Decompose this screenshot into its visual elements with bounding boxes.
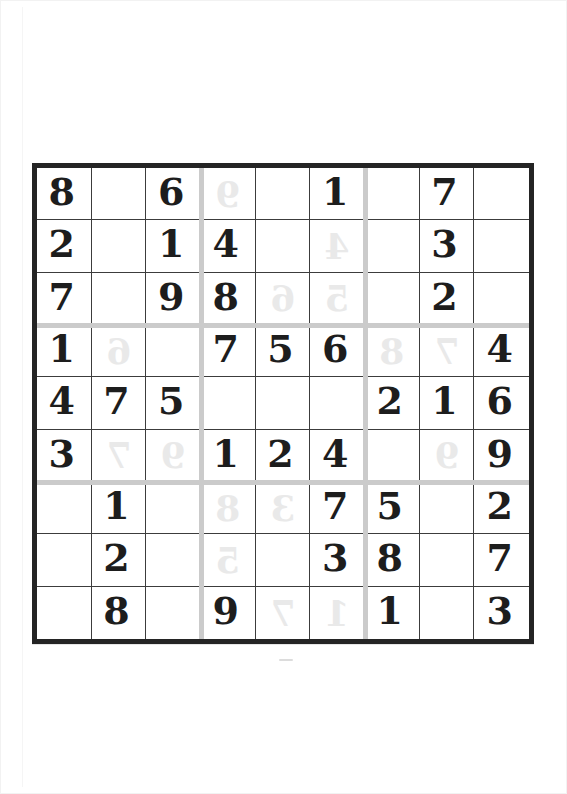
cell-r5c3: 5 bbox=[146, 377, 201, 429]
scan-artifact-dash bbox=[279, 659, 293, 661]
cell-r7c6: 7 bbox=[310, 482, 365, 534]
ghost-digit: 9 bbox=[146, 430, 200, 481]
cell-r4c5: 5 bbox=[256, 325, 311, 377]
given-digit: 3 bbox=[431, 225, 457, 263]
cell-r7c1 bbox=[37, 482, 92, 534]
cell-r1c3: 6 bbox=[146, 168, 201, 220]
given-digit: 3 bbox=[322, 539, 348, 577]
given-digit: 6 bbox=[322, 330, 348, 368]
given-digit: 8 bbox=[49, 173, 75, 211]
given-digit: 4 bbox=[213, 225, 239, 263]
ghost-digit: 5 bbox=[201, 534, 255, 585]
given-digit: 2 bbox=[486, 487, 512, 525]
cell-r2c6: 4 bbox=[310, 220, 365, 272]
ghost-digit: 9 bbox=[201, 168, 255, 219]
ghost-digit: 7 bbox=[256, 587, 310, 639]
given-digit: 4 bbox=[49, 382, 75, 420]
cell-r2c3: 1 bbox=[146, 220, 201, 272]
cell-r6c1: 3 bbox=[37, 430, 92, 482]
cell-r8c8 bbox=[420, 534, 475, 586]
cell-r4c2: 6 bbox=[92, 325, 147, 377]
given-digit: 1 bbox=[377, 592, 403, 630]
cell-r8c2: 2 bbox=[92, 534, 147, 586]
given-digit: 7 bbox=[103, 382, 129, 420]
cell-r9c8 bbox=[420, 587, 475, 639]
cell-r3c9 bbox=[474, 273, 529, 325]
cell-r9c6: 1 bbox=[310, 587, 365, 639]
cell-r2c5 bbox=[256, 220, 311, 272]
cell-r2c4: 4 bbox=[201, 220, 256, 272]
cell-r9c2: 8 bbox=[92, 587, 147, 639]
cell-r1c5 bbox=[256, 168, 311, 220]
cell-r5c7: 2 bbox=[365, 377, 420, 429]
cell-r4c1: 1 bbox=[37, 325, 92, 377]
cell-r6c7 bbox=[365, 430, 420, 482]
ghost-digit: 4 bbox=[310, 220, 364, 271]
cell-r9c7: 1 bbox=[365, 587, 420, 639]
cell-r9c4: 9 bbox=[201, 587, 256, 639]
ghost-digit: 5 bbox=[310, 273, 364, 324]
given-digit: 7 bbox=[213, 330, 239, 368]
cell-r9c5: 7 bbox=[256, 587, 311, 639]
cell-r7c3 bbox=[146, 482, 201, 534]
cell-r1c4: 9 bbox=[201, 168, 256, 220]
cell-r3c4: 8 bbox=[201, 273, 256, 325]
ghost-digit: 8 bbox=[365, 325, 419, 376]
cell-r4c7: 8 bbox=[365, 325, 420, 377]
cell-r8c5 bbox=[256, 534, 311, 586]
given-digit: 7 bbox=[431, 173, 457, 211]
given-digit: 8 bbox=[103, 592, 129, 630]
cell-r8c4: 5 bbox=[201, 534, 256, 586]
cell-r4c3 bbox=[146, 325, 201, 377]
cell-r5c9: 6 bbox=[474, 377, 529, 429]
cell-r2c7 bbox=[365, 220, 420, 272]
cell-r3c1: 7 bbox=[37, 273, 92, 325]
cell-r7c7: 5 bbox=[365, 482, 420, 534]
cell-r1c7 bbox=[365, 168, 420, 220]
given-digit: 5 bbox=[267, 330, 293, 368]
cell-r6c2: 7 bbox=[92, 430, 147, 482]
cell-r4c8: 7 bbox=[420, 325, 475, 377]
cell-r9c3 bbox=[146, 587, 201, 639]
sudoku-board: 8691721443798652167568744752163791249918… bbox=[32, 163, 534, 644]
given-digit: 9 bbox=[486, 435, 512, 473]
given-digit: 7 bbox=[322, 487, 348, 525]
given-digit: 4 bbox=[486, 330, 512, 368]
cell-r1c2 bbox=[92, 168, 147, 220]
cell-r1c8: 7 bbox=[420, 168, 475, 220]
cell-r6c6: 4 bbox=[310, 430, 365, 482]
given-digit: 5 bbox=[377, 487, 403, 525]
cell-r6c8: 9 bbox=[420, 430, 475, 482]
cell-r6c4: 1 bbox=[201, 430, 256, 482]
given-digit: 6 bbox=[486, 382, 512, 420]
cell-r7c8 bbox=[420, 482, 475, 534]
given-digit: 3 bbox=[486, 592, 512, 630]
cell-r2c9 bbox=[474, 220, 529, 272]
given-digit: 9 bbox=[158, 278, 184, 316]
cell-r8c1 bbox=[37, 534, 92, 586]
given-digit: 2 bbox=[103, 539, 129, 577]
cell-r9c1 bbox=[37, 587, 92, 639]
given-digit: 9 bbox=[213, 592, 239, 630]
cell-r7c5: 3 bbox=[256, 482, 311, 534]
cell-r5c2: 7 bbox=[92, 377, 147, 429]
cell-r8c3 bbox=[146, 534, 201, 586]
ghost-digit: 3 bbox=[256, 482, 310, 533]
given-digit: 7 bbox=[49, 278, 75, 316]
cell-r4c6: 6 bbox=[310, 325, 365, 377]
given-digit: 2 bbox=[49, 225, 75, 263]
given-digit: 4 bbox=[322, 435, 348, 473]
cell-r7c4: 8 bbox=[201, 482, 256, 534]
cell-r6c5: 2 bbox=[256, 430, 311, 482]
given-digit: 1 bbox=[213, 435, 239, 473]
cell-r3c8: 2 bbox=[420, 273, 475, 325]
cell-r1c9 bbox=[474, 168, 529, 220]
cell-r7c2: 1 bbox=[92, 482, 147, 534]
cell-r5c8: 1 bbox=[420, 377, 475, 429]
cell-r8c6: 3 bbox=[310, 534, 365, 586]
given-digit: 3 bbox=[49, 435, 75, 473]
cell-r9c9: 3 bbox=[474, 587, 529, 639]
given-digit: 1 bbox=[431, 382, 457, 420]
given-digit: 2 bbox=[431, 278, 457, 316]
cell-r5c5 bbox=[256, 377, 311, 429]
given-digit: 2 bbox=[267, 435, 293, 473]
ghost-digit: 6 bbox=[256, 273, 310, 324]
given-digit: 1 bbox=[49, 330, 75, 368]
given-digit: 8 bbox=[377, 539, 403, 577]
cell-r1c6: 1 bbox=[310, 168, 365, 220]
cell-r4c9: 4 bbox=[474, 325, 529, 377]
ghost-digit: 8 bbox=[201, 482, 255, 533]
given-digit: 2 bbox=[377, 382, 403, 420]
given-digit: 1 bbox=[103, 487, 129, 525]
cell-r5c1: 4 bbox=[37, 377, 92, 429]
cell-r2c1: 2 bbox=[37, 220, 92, 272]
ghost-digit: 7 bbox=[420, 325, 474, 376]
sudoku-cells-container: 8691721443798652167568744752163791249918… bbox=[37, 168, 529, 639]
cell-r8c9: 7 bbox=[474, 534, 529, 586]
cell-r5c6 bbox=[310, 377, 365, 429]
cell-r4c4: 7 bbox=[201, 325, 256, 377]
cell-r7c9: 2 bbox=[474, 482, 529, 534]
cell-r3c2 bbox=[92, 273, 147, 325]
cell-r6c9: 9 bbox=[474, 430, 529, 482]
cell-r3c5: 6 bbox=[256, 273, 311, 325]
ghost-digit: 6 bbox=[92, 325, 146, 376]
ghost-digit: 7 bbox=[92, 430, 146, 481]
cell-r2c8: 3 bbox=[420, 220, 475, 272]
given-digit: 7 bbox=[486, 539, 512, 577]
ghost-digit: 1 bbox=[310, 587, 364, 639]
given-digit: 6 bbox=[158, 173, 184, 211]
given-digit: 8 bbox=[213, 278, 239, 316]
cell-r3c7 bbox=[365, 273, 420, 325]
puzzle-page: 8691721443798652167568744752163791249918… bbox=[0, 0, 567, 794]
page-margin-line bbox=[22, 7, 23, 787]
given-digit: 1 bbox=[158, 225, 184, 263]
cell-r8c7: 8 bbox=[365, 534, 420, 586]
ghost-digit: 9 bbox=[420, 430, 474, 481]
cell-r5c4 bbox=[201, 377, 256, 429]
cell-r3c6: 5 bbox=[310, 273, 365, 325]
given-digit: 1 bbox=[322, 173, 348, 211]
cell-r2c2 bbox=[92, 220, 147, 272]
given-digit: 5 bbox=[158, 382, 184, 420]
cell-r1c1: 8 bbox=[37, 168, 92, 220]
cell-r3c3: 9 bbox=[146, 273, 201, 325]
cell-r6c3: 9 bbox=[146, 430, 201, 482]
